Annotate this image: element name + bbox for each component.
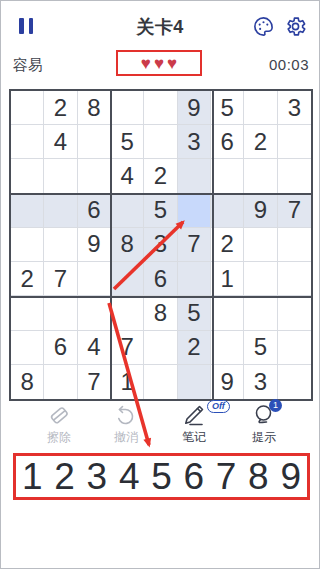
erase-button[interactable]: 擦除 xyxy=(27,403,91,445)
info-row: 容易 ♥♥♥ 00:03 xyxy=(1,49,319,81)
cell-r1c6[interactable]: 9 xyxy=(178,91,211,125)
cell-r6c2[interactable]: 7 xyxy=(44,262,77,296)
cell-r7c9[interactable] xyxy=(278,296,311,330)
cell-r1c1[interactable] xyxy=(11,91,44,125)
undo-button[interactable]: 撤消 xyxy=(94,403,158,445)
sudoku-board: 2895345362426597983722761856472587193 xyxy=(11,91,311,399)
cell-r2c7[interactable]: 6 xyxy=(211,125,244,159)
cell-r4c3[interactable]: 6 xyxy=(78,194,111,228)
cell-r8c4[interactable]: 7 xyxy=(111,331,144,365)
cell-r2c4[interactable]: 5 xyxy=(111,125,144,159)
cell-r5c8[interactable] xyxy=(244,228,277,262)
cell-r7c6[interactable]: 5 xyxy=(178,296,211,330)
hint-count-badge: 1 xyxy=(269,399,282,412)
cell-r5c5[interactable]: 3 xyxy=(144,228,177,262)
cell-r5c4[interactable]: 8 xyxy=(111,228,144,262)
cell-r9c9[interactable] xyxy=(278,365,311,399)
cell-r7c4[interactable] xyxy=(111,296,144,330)
cell-r7c3[interactable] xyxy=(78,296,111,330)
numpad-digit-5[interactable]: 5 xyxy=(151,458,172,495)
cell-r5c7[interactable]: 2 xyxy=(211,228,244,262)
cell-r7c2[interactable] xyxy=(44,296,77,330)
cell-r9c7[interactable]: 9 xyxy=(211,365,244,399)
cell-r1c2[interactable]: 2 xyxy=(44,91,77,125)
undo-label: 撤消 xyxy=(114,429,138,446)
heart-icon: ♥ xyxy=(154,55,164,72)
cell-r6c1[interactable]: 2 xyxy=(11,262,44,296)
cell-r8c7[interactable] xyxy=(211,331,244,365)
cell-r6c9[interactable] xyxy=(278,262,311,296)
cell-r1c4[interactable] xyxy=(111,91,144,125)
cell-r3c8[interactable] xyxy=(244,159,277,193)
numpad-digit-1[interactable]: 1 xyxy=(22,458,43,495)
notes-off-badge: Off xyxy=(207,400,230,413)
palette-icon[interactable] xyxy=(252,15,275,38)
cell-r8c2[interactable]: 6 xyxy=(44,331,77,365)
number-pad: 123456789 xyxy=(13,453,310,500)
cell-r1c9[interactable]: 3 xyxy=(278,91,311,125)
pencil-icon xyxy=(181,403,207,427)
lives-annotation-box: ♥♥♥ xyxy=(116,50,202,76)
cell-r1c8[interactable] xyxy=(244,91,277,125)
cell-r9c4[interactable]: 1 xyxy=(111,365,144,399)
sudoku-board-frame: 2895345362426597983722761856472587193 xyxy=(9,89,313,401)
cell-r2c5[interactable] xyxy=(144,125,177,159)
cell-r2c3[interactable] xyxy=(78,125,111,159)
cell-r2c8[interactable]: 2 xyxy=(244,125,277,159)
cell-r7c7[interactable] xyxy=(211,296,244,330)
cell-r8c8[interactable]: 5 xyxy=(244,331,277,365)
heart-icon: ♥ xyxy=(141,55,151,72)
undo-icon xyxy=(114,403,138,427)
numpad-digit-4[interactable]: 4 xyxy=(119,458,140,495)
cell-r5c1[interactable] xyxy=(11,228,44,262)
hint-label: 提示 xyxy=(252,429,276,446)
cell-r2c9[interactable] xyxy=(278,125,311,159)
cell-r3c1[interactable] xyxy=(11,159,44,193)
cell-r4c7[interactable] xyxy=(211,194,244,228)
cell-r5c2[interactable] xyxy=(44,228,77,262)
cell-r6c4[interactable] xyxy=(111,262,144,296)
cell-r4c1[interactable] xyxy=(11,194,44,228)
numpad-digit-9[interactable]: 9 xyxy=(280,458,301,495)
cell-r8c6[interactable]: 2 xyxy=(178,331,211,365)
cell-r9c6[interactable] xyxy=(178,365,211,399)
cell-r6c5[interactable]: 6 xyxy=(144,262,177,296)
top-bar: 关卡4 xyxy=(1,9,319,43)
numpad-digit-3[interactable]: 3 xyxy=(87,458,108,495)
cell-r6c6[interactable] xyxy=(178,262,211,296)
cell-r2c1[interactable] xyxy=(11,125,44,159)
cell-r2c6[interactable]: 3 xyxy=(178,125,211,159)
difficulty-label: 容易 xyxy=(13,56,43,75)
notes-label: 笔记 xyxy=(182,429,206,446)
cell-r7c1[interactable] xyxy=(11,296,44,330)
cell-r6c3[interactable] xyxy=(78,262,111,296)
cell-r3c4[interactable]: 4 xyxy=(111,159,144,193)
numpad-digit-2[interactable]: 2 xyxy=(54,458,75,495)
cell-r3c5[interactable]: 2 xyxy=(144,159,177,193)
cell-r1c3[interactable]: 8 xyxy=(78,91,111,125)
cell-r6c7[interactable]: 1 xyxy=(211,262,244,296)
cell-r5c6[interactable]: 7 xyxy=(178,228,211,262)
cell-r9c5[interactable] xyxy=(144,365,177,399)
numpad-digit-7[interactable]: 7 xyxy=(216,458,237,495)
cell-r1c7[interactable]: 5 xyxy=(211,91,244,125)
cell-r4c2[interactable] xyxy=(44,194,77,228)
cell-r5c9[interactable] xyxy=(278,228,311,262)
numpad-digit-8[interactable]: 8 xyxy=(248,458,269,495)
cell-r4c5[interactable]: 5 xyxy=(144,194,177,228)
heart-icon: ♥ xyxy=(167,55,177,72)
cell-r3c6[interactable] xyxy=(178,159,211,193)
cell-r3c7[interactable] xyxy=(211,159,244,193)
cell-r8c1[interactable] xyxy=(11,331,44,365)
numpad-digit-6[interactable]: 6 xyxy=(183,458,204,495)
cell-r1c5[interactable] xyxy=(144,91,177,125)
cell-r5c3[interactable]: 9 xyxy=(78,228,111,262)
cell-r8c3[interactable]: 4 xyxy=(78,331,111,365)
cell-r8c5[interactable] xyxy=(144,331,177,365)
hint-button[interactable]: 1 提示 xyxy=(232,403,296,445)
cell-r9c1[interactable]: 8 xyxy=(11,365,44,399)
cell-r4c9[interactable]: 7 xyxy=(278,194,311,228)
cell-r3c9[interactable] xyxy=(278,159,311,193)
cell-r9c8[interactable]: 3 xyxy=(244,365,277,399)
cell-r4c4[interactable] xyxy=(111,194,144,228)
cell-r3c3[interactable] xyxy=(78,159,111,193)
cell-r8c9[interactable] xyxy=(278,331,311,365)
eraser-icon xyxy=(46,403,72,427)
cell-r3c2[interactable] xyxy=(44,159,77,193)
erase-label: 擦除 xyxy=(47,429,71,446)
cell-r9c2[interactable] xyxy=(44,365,77,399)
cell-r7c8[interactable] xyxy=(244,296,277,330)
cell-r4c8[interactable]: 9 xyxy=(244,194,277,228)
notes-button[interactable]: Off 笔记 xyxy=(162,403,226,445)
cell-r4c6[interactable] xyxy=(178,194,211,228)
cell-r6c8[interactable] xyxy=(244,262,277,296)
cell-r9c3[interactable]: 7 xyxy=(78,365,111,399)
gear-icon[interactable] xyxy=(284,15,307,38)
timer: 00:03 xyxy=(269,56,309,73)
app-screen: 关卡4 容易 ♥♥♥ 00:03 xyxy=(0,0,320,569)
cell-r2c2[interactable]: 4 xyxy=(44,125,77,159)
cell-r7c5[interactable]: 8 xyxy=(144,296,177,330)
